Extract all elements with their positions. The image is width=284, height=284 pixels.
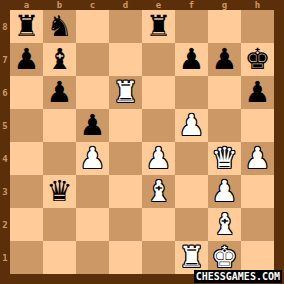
square-g8[interactable]	[208, 10, 241, 43]
square-g2[interactable]: ♝	[208, 208, 241, 241]
square-a3[interactable]	[10, 175, 43, 208]
white-pawn: ♟	[212, 175, 238, 208]
square-b5[interactable]	[43, 109, 76, 142]
rank-label-8: 8	[0, 10, 10, 43]
file-label-a: a	[10, 0, 43, 10]
square-c2[interactable]	[76, 208, 109, 241]
square-f7[interactable]: ♟	[175, 43, 208, 76]
chess-board: ♜♞♜♟♝♟♟♚♟♜♟♟♟♟♟♛♟♛♝♟♝♜♚	[10, 10, 274, 274]
square-h2[interactable]	[241, 208, 274, 241]
square-h3[interactable]	[241, 175, 274, 208]
square-g3[interactable]: ♟	[208, 175, 241, 208]
square-h5[interactable]	[241, 109, 274, 142]
square-b6[interactable]: ♟	[43, 76, 76, 109]
square-h6[interactable]: ♟	[241, 76, 274, 109]
chessgames-watermark: CHESSGAMES.COM	[194, 270, 282, 283]
square-c3[interactable]	[76, 175, 109, 208]
square-b2[interactable]	[43, 208, 76, 241]
rank-label-5: 5	[0, 109, 10, 142]
white-bishop: ♝	[212, 208, 238, 241]
square-d7[interactable]	[109, 43, 142, 76]
rank-label-6: 6	[0, 76, 10, 109]
black-rook: ♜	[14, 10, 40, 43]
square-e3[interactable]: ♝	[142, 175, 175, 208]
square-b1[interactable]	[43, 241, 76, 274]
white-rook: ♜	[113, 76, 139, 109]
rank-label-4: 4	[0, 142, 10, 175]
square-e7[interactable]	[142, 43, 175, 76]
square-g4[interactable]: ♛	[208, 142, 241, 175]
square-a1[interactable]	[10, 241, 43, 274]
file-label-d: d	[109, 0, 142, 10]
square-g5[interactable]	[208, 109, 241, 142]
white-pawn: ♟	[179, 109, 205, 142]
square-e4[interactable]: ♟	[142, 142, 175, 175]
square-f2[interactable]	[175, 208, 208, 241]
square-c6[interactable]	[76, 76, 109, 109]
square-d4[interactable]	[109, 142, 142, 175]
square-e2[interactable]	[142, 208, 175, 241]
square-h8[interactable]	[241, 10, 274, 43]
square-b7[interactable]: ♝	[43, 43, 76, 76]
square-f6[interactable]	[175, 76, 208, 109]
rank-label-1: 1	[0, 241, 10, 274]
square-a5[interactable]	[10, 109, 43, 142]
square-d3[interactable]	[109, 175, 142, 208]
square-f4[interactable]	[175, 142, 208, 175]
chess-diagram: ♜♞♜♟♝♟♟♚♟♜♟♟♟♟♟♛♟♛♝♟♝♜♚ abcdefgh87654321…	[0, 0, 284, 284]
black-pawn: ♟	[47, 76, 73, 109]
square-d2[interactable]	[109, 208, 142, 241]
square-d8[interactable]	[109, 10, 142, 43]
file-label-b: b	[43, 0, 76, 10]
square-d5[interactable]	[109, 109, 142, 142]
square-d1[interactable]	[109, 241, 142, 274]
square-e8[interactable]: ♜	[142, 10, 175, 43]
square-b8[interactable]: ♞	[43, 10, 76, 43]
black-knight: ♞	[47, 10, 73, 43]
file-label-g: g	[208, 0, 241, 10]
white-pawn: ♟	[80, 142, 106, 175]
square-d6[interactable]: ♜	[109, 76, 142, 109]
black-pawn: ♟	[14, 43, 40, 76]
square-h4[interactable]: ♟	[241, 142, 274, 175]
square-c1[interactable]	[76, 241, 109, 274]
file-label-c: c	[76, 0, 109, 10]
square-e5[interactable]	[142, 109, 175, 142]
white-pawn: ♟	[146, 142, 172, 175]
square-g7[interactable]: ♟	[208, 43, 241, 76]
rank-label-3: 3	[0, 175, 10, 208]
square-f3[interactable]	[175, 175, 208, 208]
file-label-e: e	[142, 0, 175, 10]
black-pawn: ♟	[212, 43, 238, 76]
square-a2[interactable]	[10, 208, 43, 241]
black-pawn: ♟	[80, 109, 106, 142]
square-f8[interactable]	[175, 10, 208, 43]
square-b4[interactable]	[43, 142, 76, 175]
square-b3[interactable]: ♛	[43, 175, 76, 208]
square-c4[interactable]: ♟	[76, 142, 109, 175]
square-a7[interactable]: ♟	[10, 43, 43, 76]
rank-label-7: 7	[0, 43, 10, 76]
white-queen: ♛	[212, 142, 238, 175]
square-h7[interactable]: ♚	[241, 43, 274, 76]
file-label-f: f	[175, 0, 208, 10]
white-pawn: ♟	[245, 142, 271, 175]
square-f5[interactable]: ♟	[175, 109, 208, 142]
white-bishop: ♝	[146, 175, 172, 208]
file-label-h: h	[241, 0, 274, 10]
square-e1[interactable]	[142, 241, 175, 274]
square-g6[interactable]	[208, 76, 241, 109]
black-pawn: ♟	[179, 43, 205, 76]
black-king: ♚	[245, 43, 271, 76]
square-a6[interactable]	[10, 76, 43, 109]
black-queen: ♛	[47, 175, 73, 208]
black-bishop: ♝	[47, 43, 73, 76]
square-c5[interactable]: ♟	[76, 109, 109, 142]
square-a8[interactable]: ♜	[10, 10, 43, 43]
black-pawn: ♟	[245, 76, 271, 109]
square-c7[interactable]	[76, 43, 109, 76]
square-c8[interactable]	[76, 10, 109, 43]
rank-label-2: 2	[0, 208, 10, 241]
black-rook: ♜	[146, 10, 172, 43]
square-a4[interactable]	[10, 142, 43, 175]
square-e6[interactable]	[142, 76, 175, 109]
